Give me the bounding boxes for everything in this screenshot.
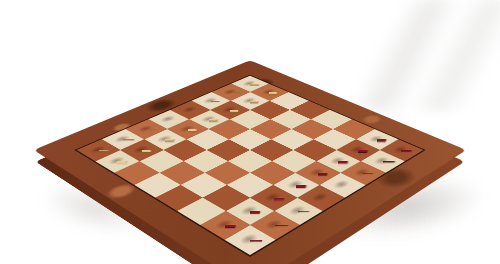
product-photo-stage: ♜♞♝♛♚♝♞♜♟♟♟♟♟♟♟♟♟♟♟♟♟♟♟♟♜♞♝♛♚♝♞♜ bbox=[0, 0, 500, 264]
chess-board: ♜♞♝♛♚♝♞♜♟♟♟♟♟♟♟♟♟♟♟♟♟♟♟♟♜♞♝♛♚♝♞♜ bbox=[34, 60, 467, 264]
square-h8: ♜ bbox=[225, 225, 276, 255]
board-squares: ♜♞♝♛♚♝♞♜♟♟♟♟♟♟♟♟♟♟♟♟♟♟♟♟♜♞♝♛♚♝♞♜ bbox=[74, 75, 425, 257]
square-h2: ♟ bbox=[95, 150, 139, 173]
